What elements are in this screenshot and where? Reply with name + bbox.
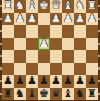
- square-b1[interactable]: ♞: [74, 0, 86, 13]
- white-pawn[interactable]: ♟: [75, 13, 85, 25]
- black-pawn[interactable]: ♟: [27, 75, 37, 87]
- square-f3[interactable]: [26, 25, 38, 38]
- black-pawn[interactable]: ♟: [15, 75, 25, 87]
- white-king[interactable]: ♚: [39, 0, 49, 12]
- white-bishop[interactable]: ♝: [63, 0, 73, 12]
- square-h3[interactable]: [2, 25, 14, 38]
- square-e4[interactable]: ♟: [38, 38, 50, 51]
- square-h6[interactable]: [2, 63, 14, 76]
- square-b8[interactable]: ♞: [74, 88, 86, 101]
- square-g1[interactable]: ♞: [14, 0, 26, 13]
- board-grid: ♜♞♝♚♛♝♞♜♟♟♟♟♟♟♟♟♟♟♟♟♟♟♟♟♜♞♝♚♛♝♞♜: [2, 0, 98, 100]
- square-h7[interactable]: ♟: [2, 75, 14, 88]
- square-h1[interactable]: ♜: [2, 0, 14, 13]
- white-pawn[interactable]: ♟: [3, 13, 13, 25]
- white-knight[interactable]: ♞: [15, 0, 25, 12]
- square-e8[interactable]: ♚: [38, 88, 50, 101]
- black-bishop[interactable]: ♝: [63, 88, 73, 100]
- square-e7[interactable]: ♟: [38, 75, 50, 88]
- square-a2[interactable]: ♟: [86, 13, 98, 26]
- square-a6[interactable]: [86, 63, 98, 76]
- white-pawn[interactable]: ♟: [87, 13, 97, 25]
- white-pawn[interactable]: ♟: [39, 38, 49, 50]
- white-rook[interactable]: ♜: [3, 0, 13, 12]
- square-d1[interactable]: ♛: [50, 0, 62, 13]
- square-f1[interactable]: ♝: [26, 0, 38, 13]
- square-a7[interactable]: ♟: [86, 75, 98, 88]
- square-c5[interactable]: [62, 50, 74, 63]
- square-e5[interactable]: [38, 50, 50, 63]
- square-e1[interactable]: ♚: [38, 0, 50, 13]
- black-queen[interactable]: ♛: [51, 88, 61, 100]
- black-knight[interactable]: ♞: [15, 88, 25, 100]
- white-knight[interactable]: ♞: [75, 0, 85, 12]
- square-b4[interactable]: [74, 38, 86, 51]
- square-b2[interactable]: ♟: [74, 13, 86, 26]
- black-rook[interactable]: ♜: [3, 88, 13, 100]
- square-h4[interactable]: [2, 38, 14, 51]
- square-c6[interactable]: [62, 63, 74, 76]
- square-a1[interactable]: ♜: [86, 0, 98, 13]
- black-pawn[interactable]: ♟: [87, 75, 97, 87]
- black-rook[interactable]: ♜: [87, 88, 97, 100]
- square-c8[interactable]: ♝: [62, 88, 74, 101]
- square-h8[interactable]: ♜: [2, 88, 14, 101]
- square-g6[interactable]: [14, 63, 26, 76]
- square-g5[interactable]: [14, 50, 26, 63]
- square-c3[interactable]: [62, 25, 74, 38]
- square-g7[interactable]: ♟: [14, 75, 26, 88]
- square-b5[interactable]: [74, 50, 86, 63]
- square-b3[interactable]: [74, 25, 86, 38]
- square-e2[interactable]: [38, 13, 50, 26]
- square-g4[interactable]: [14, 38, 26, 51]
- square-d7[interactable]: ♟: [50, 75, 62, 88]
- black-pawn[interactable]: ♟: [39, 75, 49, 87]
- square-d4[interactable]: [50, 38, 62, 51]
- square-a5[interactable]: [86, 50, 98, 63]
- square-g2[interactable]: ♟: [14, 13, 26, 26]
- white-bishop[interactable]: ♝: [27, 0, 37, 12]
- square-a8[interactable]: ♜: [86, 88, 98, 101]
- square-e6[interactable]: [38, 63, 50, 76]
- square-h2[interactable]: ♟: [2, 13, 14, 26]
- black-bishop[interactable]: ♝: [27, 88, 37, 100]
- black-pawn[interactable]: ♟: [3, 75, 13, 87]
- square-f5[interactable]: [26, 50, 38, 63]
- square-a4[interactable]: [86, 38, 98, 51]
- square-f7[interactable]: ♟: [26, 75, 38, 88]
- black-king[interactable]: ♚: [39, 88, 49, 100]
- white-pawn[interactable]: ♟: [51, 13, 61, 25]
- square-d3[interactable]: [50, 25, 62, 38]
- square-d5[interactable]: [50, 50, 62, 63]
- square-f6[interactable]: [26, 63, 38, 76]
- black-pawn[interactable]: ♟: [63, 75, 73, 87]
- square-b6[interactable]: [74, 63, 86, 76]
- square-g3[interactable]: [14, 25, 26, 38]
- square-c7[interactable]: ♟: [62, 75, 74, 88]
- white-pawn[interactable]: ♟: [27, 13, 37, 25]
- square-c1[interactable]: ♝: [62, 0, 74, 13]
- square-d2[interactable]: ♟: [50, 13, 62, 26]
- square-c4[interactable]: [62, 38, 74, 51]
- white-pawn[interactable]: ♟: [63, 13, 73, 25]
- square-e3[interactable]: [38, 25, 50, 38]
- square-c2[interactable]: ♟: [62, 13, 74, 26]
- white-queen[interactable]: ♛: [51, 0, 61, 12]
- square-b7[interactable]: ♟: [74, 75, 86, 88]
- square-f4[interactable]: [26, 38, 38, 51]
- board-frame-right: [98, 0, 100, 100]
- square-h5[interactable]: [2, 50, 14, 63]
- square-d8[interactable]: ♛: [50, 88, 62, 101]
- white-rook[interactable]: ♜: [87, 0, 97, 12]
- square-f8[interactable]: ♝: [26, 88, 38, 101]
- black-knight[interactable]: ♞: [75, 88, 85, 100]
- white-pawn[interactable]: ♟: [15, 13, 25, 25]
- square-a3[interactable]: [86, 25, 98, 38]
- chess-board: ♜♞♝♚♛♝♞♜♟♟♟♟♟♟♟♟♟♟♟♟♟♟♟♟♜♞♝♚♛♝♞♜: [0, 0, 100, 100]
- board-frame-left: [0, 0, 2, 100]
- square-d6[interactable]: [50, 63, 62, 76]
- black-pawn[interactable]: ♟: [51, 75, 61, 87]
- square-g8[interactable]: ♞: [14, 88, 26, 101]
- black-pawn[interactable]: ♟: [75, 75, 85, 87]
- square-f2[interactable]: ♟: [26, 13, 38, 26]
